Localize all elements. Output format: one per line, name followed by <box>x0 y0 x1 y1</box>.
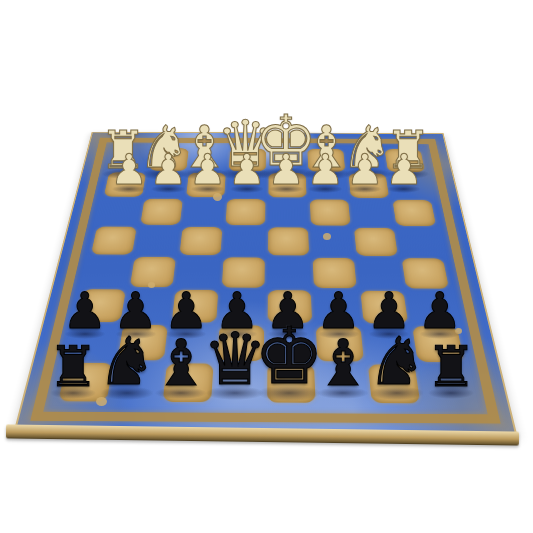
white-pawn[interactable]: ♟ <box>110 149 148 191</box>
chess-board-photo: ♜♞♝♛♚♝♞♜♟♟♟♟♟♟♟♟♟♟♟♟♟♟♟♟♜♞♝♛♚♝♞♜ <box>0 0 533 533</box>
black-bishop[interactable]: ♝ <box>314 331 371 395</box>
white-pawn[interactable]: ♟ <box>228 149 266 191</box>
pieces-layer: ♜♞♝♛♚♝♞♜♟♟♟♟♟♟♟♟♟♟♟♟♟♟♟♟♜♞♝♛♚♝♞♜ <box>0 0 533 533</box>
white-pawn[interactable]: ♟ <box>385 149 423 191</box>
black-bishop[interactable]: ♝ <box>152 331 209 395</box>
white-pawn[interactable]: ♟ <box>307 149 345 191</box>
white-pawn[interactable]: ♟ <box>149 149 187 191</box>
black-rook[interactable]: ♜ <box>48 339 98 395</box>
white-pawn[interactable]: ♟ <box>267 149 305 191</box>
white-pawn[interactable]: ♟ <box>346 149 384 191</box>
black-knight[interactable]: ♞ <box>367 329 426 395</box>
white-pawn[interactable]: ♟ <box>189 149 227 191</box>
black-rook[interactable]: ♜ <box>426 339 476 395</box>
black-knight[interactable]: ♞ <box>97 329 156 395</box>
